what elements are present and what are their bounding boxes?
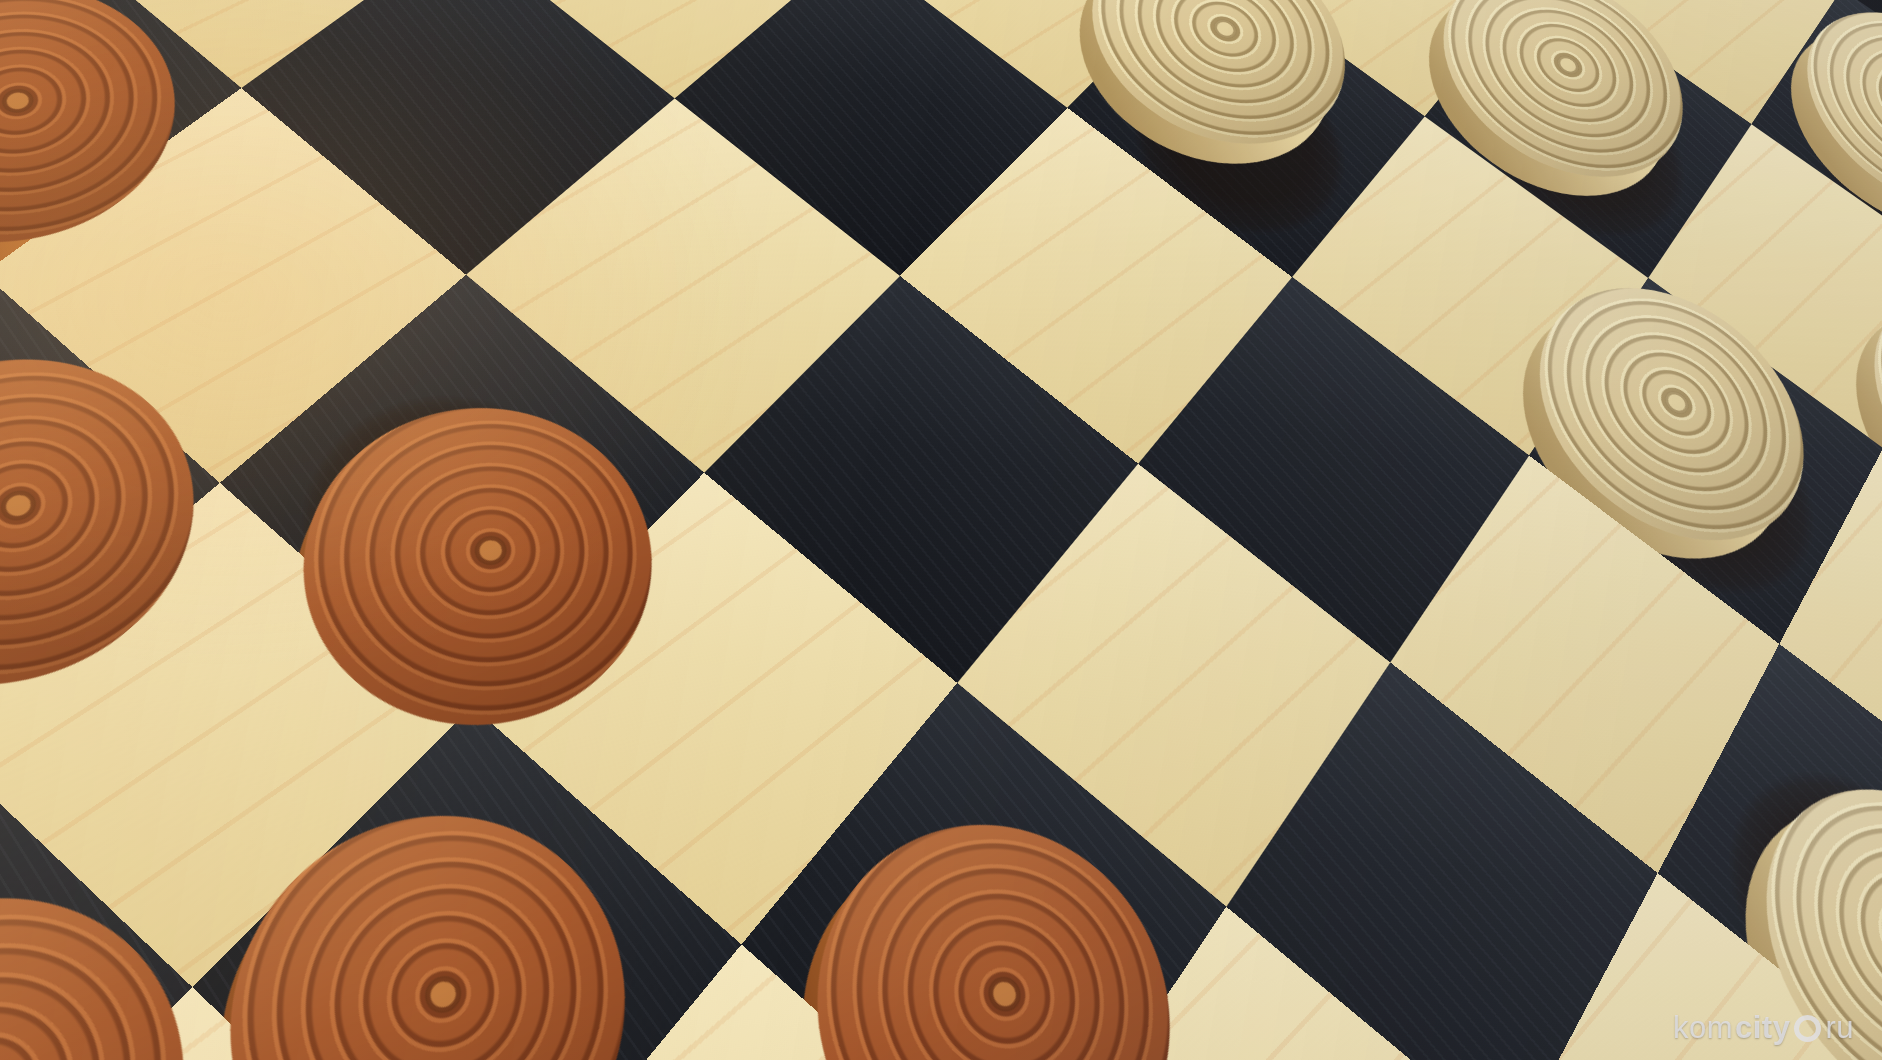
board-photo: komcityru	[0, 0, 1882, 1060]
board-square[interactable]	[241, 0, 674, 275]
watermark-text-city: city	[1735, 1010, 1790, 1046]
checkers-board	[0, 0, 1882, 1060]
watermark: komcityru	[1673, 1010, 1854, 1046]
watermark-ring-icon	[1794, 1015, 1821, 1042]
watermark-text-kom: kom	[1673, 1010, 1733, 1046]
watermark-text-ru: ru	[1825, 1010, 1854, 1046]
